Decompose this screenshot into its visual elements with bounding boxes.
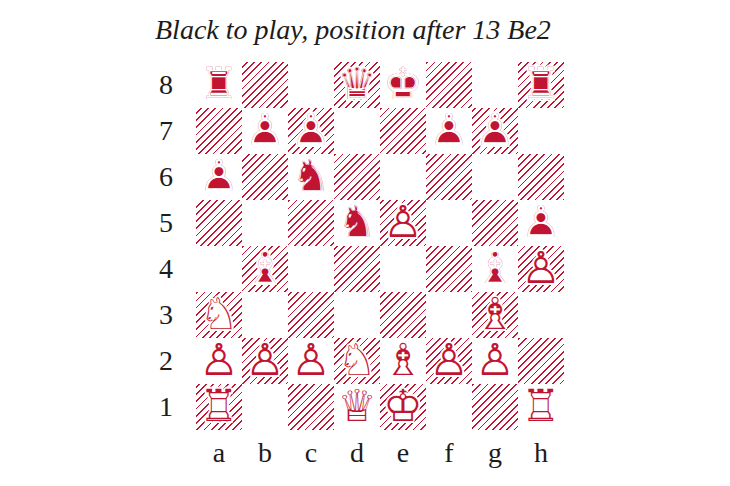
white-king-icon: ♚︎: [380, 383, 426, 429]
black-pawn-icon: ♟︎: [242, 107, 288, 153]
white-pawn-icon: ♟︎: [518, 245, 564, 291]
square-c7[interactable]: ♟︎♟︎♙︎: [288, 108, 334, 154]
square-h1[interactable]: ♜︎♖︎: [518, 384, 564, 430]
file-label-e: e: [380, 434, 426, 472]
square-h4[interactable]: ♟︎♙︎: [518, 246, 564, 292]
white-bishop-icon: ♝︎: [380, 337, 426, 383]
white-pawn-icon: ♟︎: [426, 337, 472, 383]
square-a8[interactable]: ♜︎♜︎♖︎: [196, 62, 242, 108]
square-f5[interactable]: [426, 200, 472, 246]
white-pawn-icon: ♙︎: [380, 199, 426, 245]
square-a5[interactable]: [196, 200, 242, 246]
square-h3[interactable]: [518, 292, 564, 338]
piece-white-pawn[interactable]: ♟︎♙︎: [196, 338, 242, 384]
square-e4[interactable]: [380, 246, 426, 292]
white-king-icon: ♔︎: [380, 383, 426, 429]
diagram-caption: Black to play, position after 13 Be2: [155, 14, 551, 46]
square-c6[interactable]: ♞︎♞︎♘︎: [288, 154, 334, 200]
piece-black-pawn[interactable]: ♟︎♟︎♙︎: [518, 200, 564, 246]
black-pawn-icon: ♙︎: [196, 153, 242, 199]
piece-black-pawn[interactable]: ♟︎♟︎♙︎: [426, 108, 472, 154]
square-c2[interactable]: ♟︎♙︎: [288, 338, 334, 384]
piece-white-knight[interactable]: ♞︎♘︎: [334, 338, 380, 384]
rank-label-6: 6: [146, 154, 186, 200]
square-g5[interactable]: [472, 200, 518, 246]
file-label-a: a: [196, 434, 242, 472]
black-rook-icon: ♖︎: [196, 61, 242, 107]
square-g4[interactable]: ♝︎♝︎♗︎: [472, 246, 518, 292]
white-knight-icon: ♘︎: [196, 291, 242, 337]
file-label-g: g: [472, 434, 518, 472]
square-a3[interactable]: ♞︎♘︎: [196, 292, 242, 338]
white-rook-icon: ♖︎: [196, 383, 242, 429]
piece-black-rook[interactable]: ♜︎♜︎♖︎: [518, 62, 564, 108]
white-bishop-icon: ♝︎: [472, 291, 518, 337]
white-pawn-icon: ♙︎: [288, 337, 334, 383]
square-d3[interactable]: [334, 292, 380, 338]
white-bishop-icon: ♗︎: [472, 291, 518, 337]
piece-white-bishop[interactable]: ♝︎♗︎: [380, 338, 426, 384]
square-d2[interactable]: ♞︎♘︎: [334, 338, 380, 384]
white-rook-icon: ♖︎: [518, 383, 564, 429]
white-pawn-icon: ♙︎: [242, 337, 288, 383]
square-f6[interactable]: [426, 154, 472, 200]
piece-white-pawn[interactable]: ♟︎♙︎: [242, 338, 288, 384]
file-label-d: d: [334, 434, 380, 472]
white-pawn-icon: ♙︎: [518, 245, 564, 291]
white-bishop-icon: ♗︎: [380, 337, 426, 383]
black-pawn-icon: ♟︎: [472, 107, 518, 153]
square-d5[interactable]: ♞︎♞︎♘︎: [334, 200, 380, 246]
black-knight-icon: ♘︎: [334, 199, 380, 245]
square-e8[interactable]: ♚︎♚︎♔︎: [380, 62, 426, 108]
piece-white-pawn[interactable]: ♟︎♙︎: [288, 338, 334, 384]
file-label-b: b: [242, 434, 288, 472]
piece-black-pawn[interactable]: ♟︎♟︎♙︎: [472, 108, 518, 154]
square-g3[interactable]: ♝︎♗︎: [472, 292, 518, 338]
rank-label-8: 8: [146, 62, 186, 108]
piece-white-pawn[interactable]: ♟︎♙︎: [426, 338, 472, 384]
square-a1[interactable]: ♜︎♖︎: [196, 384, 242, 430]
rank-label-5: 5: [146, 200, 186, 246]
rank-label-1: 1: [146, 384, 186, 430]
black-king-icon: ♚︎: [380, 61, 426, 107]
black-bishop-icon: ♗︎: [242, 245, 288, 291]
rank-label-2: 2: [146, 338, 186, 384]
piece-white-bishop[interactable]: ♝︎♗︎: [472, 292, 518, 338]
square-e6[interactable]: [380, 154, 426, 200]
square-e5[interactable]: ♟︎♙︎: [380, 200, 426, 246]
square-f8[interactable]: [426, 62, 472, 108]
file-label-h: h: [518, 434, 564, 472]
white-knight-icon: ♞︎: [334, 337, 380, 383]
square-e7[interactable]: [380, 108, 426, 154]
black-bishop-icon: ♝︎: [472, 245, 518, 291]
white-rook-icon: ♜︎: [196, 383, 242, 429]
black-pawn-icon: ♙︎: [242, 107, 288, 153]
rank-labels: 87654321: [146, 62, 186, 430]
white-pawn-icon: ♟︎: [288, 337, 334, 383]
white-pawn-icon: ♙︎: [426, 337, 472, 383]
black-rook-icon: ♜︎: [518, 61, 564, 107]
square-h2[interactable]: [518, 338, 564, 384]
rank-label-4: 4: [146, 246, 186, 292]
rank-label-3: 3: [146, 292, 186, 338]
square-d6[interactable]: [334, 154, 380, 200]
black-king-icon: ♚︎: [380, 61, 426, 107]
black-rook-icon: ♜︎: [196, 61, 242, 107]
piece-black-bishop[interactable]: ♝︎♝︎♗︎: [242, 246, 288, 292]
square-h6[interactable]: [518, 154, 564, 200]
white-pawn-icon: ♙︎: [472, 337, 518, 383]
square-f4[interactable]: [426, 246, 472, 292]
black-pawn-icon: ♟︎: [196, 153, 242, 199]
black-pawn-icon: ♟︎: [426, 107, 472, 153]
square-a4[interactable]: [196, 246, 242, 292]
black-pawn-icon: ♟︎: [288, 107, 334, 153]
square-d1[interactable]: ♛︎♕︎: [334, 384, 380, 430]
square-b1[interactable]: [242, 384, 288, 430]
square-g8[interactable]: [472, 62, 518, 108]
square-b5[interactable]: [242, 200, 288, 246]
black-pawn-icon: ♟︎: [242, 107, 288, 153]
black-bishop-icon: ♝︎: [242, 245, 288, 291]
white-knight-icon: ♘︎: [334, 337, 380, 383]
file-label-f: f: [426, 434, 472, 472]
square-b3[interactable]: [242, 292, 288, 338]
white-pawn-icon: ♙︎: [196, 337, 242, 383]
square-c1[interactable]: [288, 384, 334, 430]
square-c3[interactable]: [288, 292, 334, 338]
square-g1[interactable]: [472, 384, 518, 430]
black-bishop-icon: ♝︎: [242, 245, 288, 291]
piece-black-knight[interactable]: ♞︎♞︎♘︎: [334, 200, 380, 246]
black-pawn-icon: ♟︎: [426, 107, 472, 153]
piece-black-pawn[interactable]: ♟︎♟︎♙︎: [288, 108, 334, 154]
black-rook-icon: ♜︎: [196, 61, 242, 107]
chess-diagram-page: Black to play, position after 13 Be2 876…: [0, 0, 730, 486]
square-g6[interactable]: [472, 154, 518, 200]
black-pawn-icon: ♟︎: [288, 107, 334, 153]
black-knight-icon: ♞︎: [288, 153, 334, 199]
black-knight-icon: ♞︎: [334, 199, 380, 245]
black-pawn-icon: ♙︎: [472, 107, 518, 153]
square-e2[interactable]: ♝︎♗︎: [380, 338, 426, 384]
piece-white-rook[interactable]: ♜︎♖︎: [196, 384, 242, 430]
black-rook-icon: ♜︎: [518, 61, 564, 107]
rank-label-7: 7: [146, 108, 186, 154]
white-pawn-icon: ♟︎: [242, 337, 288, 383]
white-queen-icon: ♛︎: [334, 383, 380, 429]
black-bishop-icon: ♗︎: [472, 245, 518, 291]
piece-white-pawn[interactable]: ♟︎♙︎: [380, 200, 426, 246]
black-knight-icon: ♘︎: [288, 153, 334, 199]
black-bishop-icon: ♝︎: [472, 245, 518, 291]
square-d8[interactable]: ♛︎♛︎♕︎: [334, 62, 380, 108]
white-rook-icon: ♜︎: [518, 383, 564, 429]
white-knight-icon: ♞︎: [196, 291, 242, 337]
piece-white-pawn[interactable]: ♟︎♙︎: [472, 338, 518, 384]
square-a7[interactable]: [196, 108, 242, 154]
file-labels: abcdefgh: [196, 434, 564, 472]
black-pawn-icon: ♟︎: [518, 199, 564, 245]
piece-black-pawn[interactable]: ♟︎♟︎♙︎: [196, 154, 242, 200]
piece-white-knight[interactable]: ♞︎♘︎: [196, 292, 242, 338]
square-a6[interactable]: ♟︎♟︎♙︎: [196, 154, 242, 200]
black-pawn-icon: ♟︎: [472, 107, 518, 153]
black-pawn-icon: ♙︎: [426, 107, 472, 153]
square-e3[interactable]: [380, 292, 426, 338]
square-h7[interactable]: [518, 108, 564, 154]
square-h5[interactable]: ♟︎♟︎♙︎: [518, 200, 564, 246]
black-rook-icon: ♖︎: [518, 61, 564, 107]
chess-board: ♜︎♜︎♖︎♛︎♛︎♕︎♚︎♚︎♔︎♜︎♜︎♖︎♟︎♟︎♙︎♟︎♟︎♙︎♟︎♟︎…: [196, 62, 564, 430]
black-pawn-icon: ♟︎: [196, 153, 242, 199]
square-c5[interactable]: [288, 200, 334, 246]
square-f2[interactable]: ♟︎♙︎: [426, 338, 472, 384]
square-g7[interactable]: ♟︎♟︎♙︎: [472, 108, 518, 154]
white-queen-icon: ♕︎: [334, 383, 380, 429]
piece-white-rook[interactable]: ♜︎♖︎: [518, 384, 564, 430]
square-g2[interactable]: ♟︎♙︎: [472, 338, 518, 384]
file-label-c: c: [288, 434, 334, 472]
square-d7[interactable]: [334, 108, 380, 154]
piece-black-knight[interactable]: ♞︎♞︎♘︎: [288, 154, 334, 200]
square-c4[interactable]: [288, 246, 334, 292]
black-queen-icon: ♛︎: [334, 61, 380, 107]
white-pawn-icon: ♟︎: [472, 337, 518, 383]
square-b6[interactable]: [242, 154, 288, 200]
square-b8[interactable]: [242, 62, 288, 108]
piece-black-bishop[interactable]: ♝︎♝︎♗︎: [472, 246, 518, 292]
black-pawn-icon: ♟︎: [518, 199, 564, 245]
square-f3[interactable]: [426, 292, 472, 338]
square-e1[interactable]: ♚︎♔︎: [380, 384, 426, 430]
square-f1[interactable]: [426, 384, 472, 430]
square-c8[interactable]: [288, 62, 334, 108]
white-pawn-icon: ♟︎: [380, 199, 426, 245]
black-knight-icon: ♞︎: [288, 153, 334, 199]
piece-black-rook[interactable]: ♜︎♜︎♖︎: [196, 62, 242, 108]
black-king-icon: ♔︎: [380, 61, 426, 107]
square-b4[interactable]: ♝︎♝︎♗︎: [242, 246, 288, 292]
piece-black-queen[interactable]: ♛︎♛︎♕︎: [334, 62, 380, 108]
black-pawn-icon: ♙︎: [518, 199, 564, 245]
black-knight-icon: ♞︎: [334, 199, 380, 245]
white-pawn-icon: ♟︎: [196, 337, 242, 383]
piece-black-king[interactable]: ♚︎♚︎♔︎: [380, 62, 426, 108]
square-b2[interactable]: ♟︎♙︎: [242, 338, 288, 384]
black-pawn-icon: ♙︎: [288, 107, 334, 153]
piece-white-pawn[interactable]: ♟︎♙︎: [518, 246, 564, 292]
square-b7[interactable]: ♟︎♟︎♙︎: [242, 108, 288, 154]
square-a2[interactable]: ♟︎♙︎: [196, 338, 242, 384]
square-f7[interactable]: ♟︎♟︎♙︎: [426, 108, 472, 154]
square-h8[interactable]: ♜︎♜︎♖︎: [518, 62, 564, 108]
piece-white-queen[interactable]: ♛︎♕︎: [334, 384, 380, 430]
black-queen-icon: ♕︎: [334, 61, 380, 107]
piece-white-king[interactable]: ♚︎♔︎: [380, 384, 426, 430]
black-queen-icon: ♛︎: [334, 61, 380, 107]
square-d4[interactable]: [334, 246, 380, 292]
piece-black-pawn[interactable]: ♟︎♟︎♙︎: [242, 108, 288, 154]
